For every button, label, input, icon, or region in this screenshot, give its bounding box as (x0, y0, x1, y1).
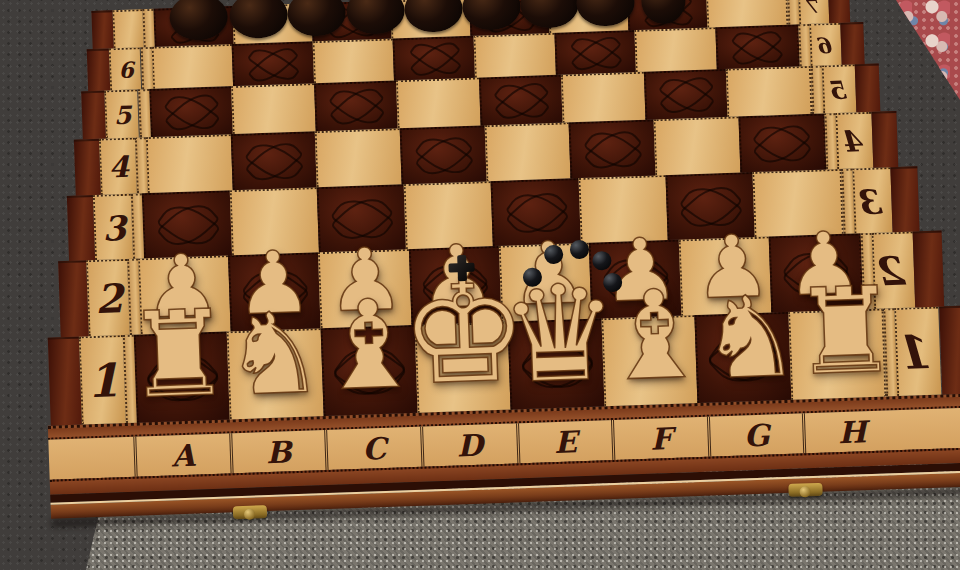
file-label-G: G (707, 413, 804, 456)
band-outer (91, 10, 113, 49)
square-a5[interactable] (149, 86, 233, 137)
band-outer (891, 166, 920, 232)
square-e4[interactable] (484, 122, 571, 181)
king-cross-finial (448, 255, 475, 282)
band-outer (841, 22, 865, 65)
square-b4[interactable] (230, 131, 317, 190)
square-c5[interactable] (314, 80, 398, 131)
file-label-H: H (802, 410, 899, 453)
photo-stage: 1122334455667 ABCDEFGH ♜♞♝♚♛♝♞♜♟♟♟♟♟♟♟♟ (0, 0, 960, 570)
square-c6[interactable] (312, 38, 394, 83)
file-label-text: D (456, 427, 483, 463)
file-label-B: B (229, 430, 326, 473)
file-label-A: A (133, 433, 230, 476)
band-outer (81, 91, 106, 140)
brass-clasp-right (788, 483, 822, 497)
square-f4[interactable] (569, 119, 656, 178)
chess-board: 1122334455667 ABCDEFGH ♜♞♝♚♛♝♞♜♟♟♟♟♟♟♟♟ (0, 0, 960, 570)
queen-crown-ball (522, 267, 542, 287)
band-strip (787, 0, 799, 25)
square-d4[interactable] (400, 125, 487, 184)
rank-label-4: 4 (99, 138, 137, 195)
band-strip (138, 89, 151, 137)
rank-label-5: 5 (821, 64, 856, 113)
square-g4[interactable] (653, 116, 740, 175)
rank-label-4: 4 (836, 112, 874, 169)
queen-crown-ball (602, 273, 622, 293)
square-g5[interactable] (643, 69, 727, 120)
band-num (112, 9, 144, 48)
square-b5[interactable] (231, 83, 315, 134)
square-f5[interactable] (561, 72, 645, 123)
rank-label-text: 3 (102, 207, 127, 248)
rank-label-text: 5 (114, 100, 132, 130)
band-outer (58, 260, 89, 337)
rank-label-text: 4 (845, 124, 866, 159)
square-h6[interactable] (715, 24, 799, 69)
rank-label-6: 6 (108, 47, 141, 90)
rank-label-text: 6 (819, 32, 835, 59)
queen-crown-ball (592, 251, 612, 271)
square-c4[interactable] (315, 128, 402, 187)
file-label-C: C (324, 427, 421, 470)
square-d5[interactable] (396, 78, 480, 129)
rank-label-text: 7 (807, 0, 822, 18)
square-e5[interactable] (479, 75, 563, 126)
band-outer (871, 111, 898, 168)
file-label-E: E (516, 420, 613, 463)
queen-crown-ball (543, 245, 563, 265)
band-outer (86, 48, 110, 91)
band-outer (913, 230, 944, 307)
band-strip (142, 9, 154, 47)
square-d6[interactable] (393, 36, 475, 81)
band-outer (67, 195, 96, 261)
piece-white-rook-h1[interactable]: ♜ (778, 270, 912, 392)
file-label-F: F (611, 417, 708, 460)
file-label-text: B (266, 434, 293, 470)
rank-label-7: 7 (798, 0, 830, 24)
rank-label-5: 5 (104, 89, 139, 138)
file-label-text: A (171, 437, 195, 473)
band-outer (828, 0, 850, 23)
rank-label-text: 5 (831, 75, 849, 105)
square-g6[interactable] (635, 27, 717, 72)
file-label-text: F (650, 420, 673, 456)
band-outer (74, 139, 101, 196)
square-h7[interactable] (706, 0, 788, 27)
brass-clasp-left (233, 505, 267, 519)
file-label-text: E (553, 424, 577, 460)
band-outer (48, 337, 82, 426)
square-b6[interactable] (232, 41, 314, 86)
square-e6[interactable] (474, 33, 556, 78)
band-outer (855, 64, 880, 113)
file-label-D: D (420, 423, 517, 466)
band-strip (140, 47, 152, 89)
queen-crown-ball (569, 240, 589, 260)
square-a4[interactable] (146, 134, 233, 193)
band-strip (135, 137, 148, 193)
band-outer (939, 306, 960, 395)
rank-label-text: 6 (118, 57, 134, 84)
rank-label-text: 4 (108, 150, 129, 185)
file-label-text: C (362, 430, 387, 466)
square-h5[interactable] (726, 66, 812, 117)
square-h4[interactable] (738, 113, 827, 172)
square-f6[interactable] (554, 30, 636, 75)
file-label-text: H (837, 414, 867, 450)
file-label-text: G (743, 417, 770, 453)
rank-label-6: 6 (809, 23, 842, 66)
rank-label-text: 3 (861, 181, 886, 222)
square-a6[interactable] (151, 44, 233, 89)
